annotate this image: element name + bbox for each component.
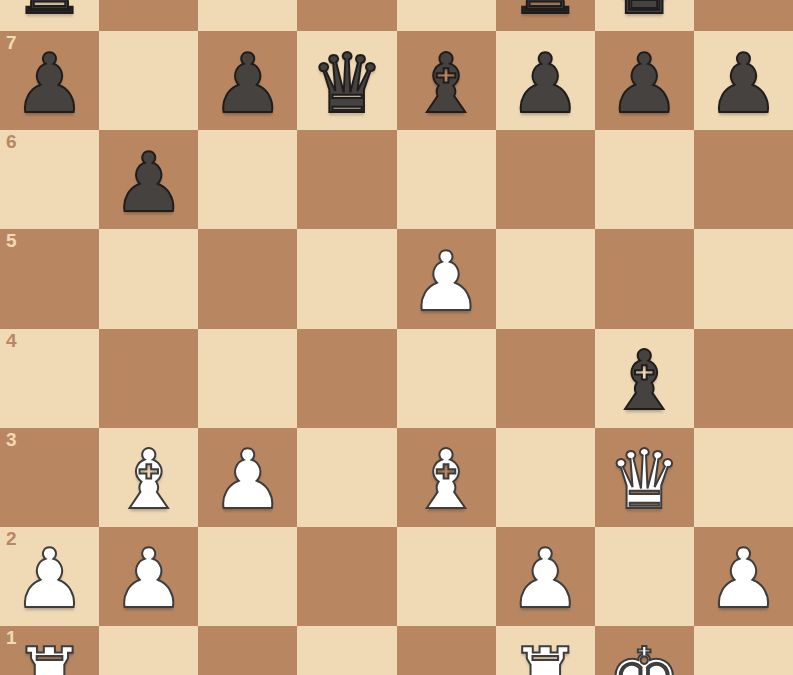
square-c3[interactable]: ♟ (198, 428, 297, 527)
square-b4[interactable] (99, 329, 198, 428)
piece-white-rook-f1[interactable]: ♜ (496, 629, 595, 675)
square-d6[interactable] (297, 130, 396, 229)
square-g5[interactable] (595, 229, 694, 328)
piece-black-queen-d7[interactable]: ♛ (297, 34, 396, 133)
piece-white-king-g1[interactable]: ♚ (595, 629, 694, 675)
square-g2[interactable] (595, 527, 694, 626)
chess-board: ♜♜♚7♟♟♛♝♟♟♟6♟5♟4♝3♝♟♝♛2♟♟♟♟1♜♜♚ (0, 0, 793, 675)
square-d7[interactable]: ♛ (297, 31, 396, 130)
square-f4[interactable] (496, 329, 595, 428)
square-d5[interactable] (297, 229, 396, 328)
square-d3[interactable] (297, 428, 396, 527)
square-c1[interactable] (198, 626, 297, 675)
square-h7[interactable]: ♟ (694, 31, 793, 130)
square-e2[interactable] (397, 527, 496, 626)
square-h5[interactable] (694, 229, 793, 328)
square-b3[interactable]: ♝ (99, 428, 198, 527)
square-c5[interactable] (198, 229, 297, 328)
piece-black-pawn-g7[interactable]: ♟ (595, 34, 694, 133)
square-a6[interactable]: 6 (0, 130, 99, 229)
square-a8[interactable]: ♜ (0, 0, 99, 31)
piece-black-bishop-e7[interactable]: ♝ (397, 34, 496, 133)
square-e5[interactable]: ♟ (397, 229, 496, 328)
piece-white-pawn-f2[interactable]: ♟ (496, 530, 595, 629)
square-f6[interactable] (496, 130, 595, 229)
square-c7[interactable]: ♟ (198, 31, 297, 130)
square-f1[interactable]: ♜ (496, 626, 595, 675)
square-b5[interactable] (99, 229, 198, 328)
square-h3[interactable] (694, 428, 793, 527)
piece-black-rook-a8[interactable]: ♜ (0, 0, 99, 34)
square-c4[interactable] (198, 329, 297, 428)
square-f7[interactable]: ♟ (496, 31, 595, 130)
square-a2[interactable]: 2♟ (0, 527, 99, 626)
piece-black-rook-f8[interactable]: ♜ (496, 0, 595, 34)
square-h4[interactable] (694, 329, 793, 428)
square-b2[interactable]: ♟ (99, 527, 198, 626)
piece-black-pawn-f7[interactable]: ♟ (496, 34, 595, 133)
square-e6[interactable] (397, 130, 496, 229)
square-d2[interactable] (297, 527, 396, 626)
square-f8[interactable]: ♜ (496, 0, 595, 31)
piece-white-pawn-c3[interactable]: ♟ (198, 431, 297, 530)
square-b8[interactable] (99, 0, 198, 31)
piece-black-pawn-a7[interactable]: ♟ (0, 34, 99, 133)
piece-black-pawn-b6[interactable]: ♟ (99, 133, 198, 232)
square-c6[interactable] (198, 130, 297, 229)
square-e1[interactable] (397, 626, 496, 675)
square-c2[interactable] (198, 527, 297, 626)
square-h2[interactable]: ♟ (694, 527, 793, 626)
square-a7[interactable]: 7♟ (0, 31, 99, 130)
piece-black-bishop-g4[interactable]: ♝ (595, 332, 694, 431)
piece-black-pawn-c7[interactable]: ♟ (198, 34, 297, 133)
square-f5[interactable] (496, 229, 595, 328)
square-g6[interactable] (595, 130, 694, 229)
piece-white-pawn-a2[interactable]: ♟ (0, 530, 99, 629)
square-d4[interactable] (297, 329, 396, 428)
piece-black-pawn-h7[interactable]: ♟ (694, 34, 793, 133)
square-g3[interactable]: ♛ (595, 428, 694, 527)
rank-label-3: 3 (6, 430, 17, 451)
rank-label-6: 6 (6, 132, 17, 153)
square-g8[interactable]: ♚ (595, 0, 694, 31)
piece-white-bishop-b3[interactable]: ♝ (99, 431, 198, 530)
piece-white-pawn-e5[interactable]: ♟ (397, 232, 496, 331)
square-d8[interactable] (297, 0, 396, 31)
piece-black-king-g8[interactable]: ♚ (595, 0, 694, 34)
piece-white-queen-g3[interactable]: ♛ (595, 431, 694, 530)
piece-white-bishop-e3[interactable]: ♝ (397, 431, 496, 530)
square-c8[interactable] (198, 0, 297, 31)
rank-label-5: 5 (6, 231, 17, 252)
square-a1[interactable]: 1♜ (0, 626, 99, 675)
square-a5[interactable]: 5 (0, 229, 99, 328)
square-b6[interactable]: ♟ (99, 130, 198, 229)
square-g7[interactable]: ♟ (595, 31, 694, 130)
square-b7[interactable] (99, 31, 198, 130)
square-e7[interactable]: ♝ (397, 31, 496, 130)
square-e4[interactable] (397, 329, 496, 428)
chess-board-viewport: ♜♜♚7♟♟♛♝♟♟♟6♟5♟4♝3♝♟♝♛2♟♟♟♟1♜♜♚ (0, 0, 793, 675)
piece-white-rook-a1[interactable]: ♜ (0, 629, 99, 675)
square-d1[interactable] (297, 626, 396, 675)
square-h6[interactable] (694, 130, 793, 229)
square-e3[interactable]: ♝ (397, 428, 496, 527)
square-g1[interactable]: ♚ (595, 626, 694, 675)
square-h1[interactable] (694, 626, 793, 675)
rank-label-4: 4 (6, 331, 17, 352)
square-a4[interactable]: 4 (0, 329, 99, 428)
square-b1[interactable] (99, 626, 198, 675)
piece-white-pawn-b2[interactable]: ♟ (99, 530, 198, 629)
square-f3[interactable] (496, 428, 595, 527)
square-h8[interactable] (694, 0, 793, 31)
piece-white-pawn-h2[interactable]: ♟ (694, 530, 793, 629)
square-e8[interactable] (397, 0, 496, 31)
square-f2[interactable]: ♟ (496, 527, 595, 626)
square-g4[interactable]: ♝ (595, 329, 694, 428)
square-a3[interactable]: 3 (0, 428, 99, 527)
